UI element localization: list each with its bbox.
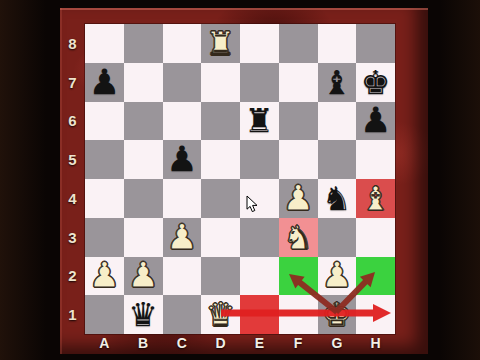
file-labels: ABCDEFGH (85, 334, 395, 352)
file-label-e: E (240, 334, 279, 352)
square-f8[interactable] (279, 24, 318, 63)
square-b6[interactable] (124, 102, 163, 141)
square-f6[interactable] (279, 102, 318, 141)
rank-label-2: 2 (60, 257, 85, 296)
square-d2[interactable] (201, 257, 240, 296)
square-e5[interactable] (240, 140, 279, 179)
square-b8[interactable] (124, 24, 163, 63)
rank-label-6: 6 (60, 102, 85, 141)
square-b2[interactable]: ♟ (124, 257, 163, 296)
square-e8[interactable] (240, 24, 279, 63)
square-g2[interactable]: ♟ (318, 257, 357, 296)
square-e1[interactable] (240, 295, 279, 334)
black-queen: ♛ (128, 298, 158, 331)
square-c5[interactable]: ♟ (163, 140, 202, 179)
white-knight: ♞ (283, 221, 313, 254)
square-g1[interactable]: ♚ (318, 295, 357, 334)
white-king: ♚ (322, 298, 352, 331)
square-c3[interactable]: ♟ (163, 218, 202, 257)
rank-label-1: 1 (60, 295, 85, 334)
square-h4[interactable]: ♝ (356, 179, 395, 218)
black-knight: ♞ (322, 182, 352, 215)
square-g3[interactable] (318, 218, 357, 257)
rank-label-3: 3 (60, 218, 85, 257)
white-pawn: ♟ (166, 220, 197, 255)
square-h1[interactable] (356, 295, 395, 334)
square-d5[interactable] (201, 140, 240, 179)
square-a5[interactable] (85, 140, 124, 179)
square-f1[interactable] (279, 295, 318, 334)
square-c1[interactable] (163, 295, 202, 334)
square-d1[interactable]: ♛ (201, 295, 240, 334)
square-a2[interactable]: ♟ (85, 257, 124, 296)
square-e7[interactable] (240, 63, 279, 102)
rank-label-8: 8 (60, 24, 85, 63)
rank-labels: 87654321 (60, 24, 85, 334)
square-e4[interactable] (240, 179, 279, 218)
file-label-b: B (124, 334, 163, 352)
white-pawn: ♟ (89, 258, 120, 293)
square-c2[interactable] (163, 257, 202, 296)
square-f4[interactable]: ♟ (279, 179, 318, 218)
square-d3[interactable] (201, 218, 240, 257)
file-label-d: D (201, 334, 240, 352)
square-c6[interactable] (163, 102, 202, 141)
square-a4[interactable] (85, 179, 124, 218)
rank-label-5: 5 (60, 140, 85, 179)
square-a3[interactable] (85, 218, 124, 257)
square-g8[interactable] (318, 24, 357, 63)
square-d4[interactable] (201, 179, 240, 218)
square-g7[interactable]: ♝ (318, 63, 357, 102)
square-b4[interactable] (124, 179, 163, 218)
square-g5[interactable] (318, 140, 357, 179)
file-label-a: A (85, 334, 124, 352)
square-h6[interactable]: ♟ (356, 102, 395, 141)
square-b7[interactable] (124, 63, 163, 102)
square-b3[interactable] (124, 218, 163, 257)
square-d8[interactable]: ♜ (201, 24, 240, 63)
rank-label-4: 4 (60, 179, 85, 218)
rank-label-7: 7 (60, 63, 85, 102)
square-g6[interactable] (318, 102, 357, 141)
white-pawn: ♟ (282, 181, 313, 216)
black-king: ♚ (361, 66, 391, 99)
square-b1[interactable]: ♛ (124, 295, 163, 334)
black-pawn: ♟ (89, 65, 120, 100)
square-h5[interactable] (356, 140, 395, 179)
square-f7[interactable] (279, 63, 318, 102)
file-label-f: F (279, 334, 318, 352)
white-bishop: ♝ (361, 182, 391, 215)
white-rook: ♜ (206, 27, 236, 60)
black-rook: ♜ (245, 104, 275, 137)
white-pawn: ♟ (127, 258, 158, 293)
square-g4[interactable]: ♞ (318, 179, 357, 218)
file-label-c: C (163, 334, 202, 352)
square-c7[interactable] (163, 63, 202, 102)
file-label-h: H (356, 334, 395, 352)
square-h2[interactable] (356, 257, 395, 296)
square-a7[interactable]: ♟ (85, 63, 124, 102)
black-bishop: ♝ (322, 66, 352, 99)
square-h8[interactable] (356, 24, 395, 63)
file-label-g: G (318, 334, 357, 352)
square-c8[interactable] (163, 24, 202, 63)
square-h7[interactable]: ♚ (356, 63, 395, 102)
square-f5[interactable] (279, 140, 318, 179)
square-b5[interactable] (124, 140, 163, 179)
square-h3[interactable] (356, 218, 395, 257)
white-queen: ♛ (206, 298, 236, 331)
video-frame: 87654321 ♜♟♝♚♜♟♟♟♞♝♟♞♟♟♟♛♛♚ ABCDEFGH (0, 0, 480, 360)
square-a6[interactable] (85, 102, 124, 141)
square-a1[interactable] (85, 295, 124, 334)
white-pawn: ♟ (321, 258, 352, 293)
chess-board: ♜♟♝♚♜♟♟♟♞♝♟♞♟♟♟♛♛♚ (85, 24, 395, 334)
square-c4[interactable] (163, 179, 202, 218)
square-e2[interactable] (240, 257, 279, 296)
square-f2[interactable] (279, 257, 318, 296)
black-pawn: ♟ (360, 103, 391, 138)
square-e3[interactable] (240, 218, 279, 257)
square-e6[interactable]: ♜ (240, 102, 279, 141)
square-d7[interactable] (201, 63, 240, 102)
square-f3[interactable]: ♞ (279, 218, 318, 257)
black-pawn: ♟ (166, 142, 197, 177)
square-a8[interactable] (85, 24, 124, 63)
square-d6[interactable] (201, 102, 240, 141)
